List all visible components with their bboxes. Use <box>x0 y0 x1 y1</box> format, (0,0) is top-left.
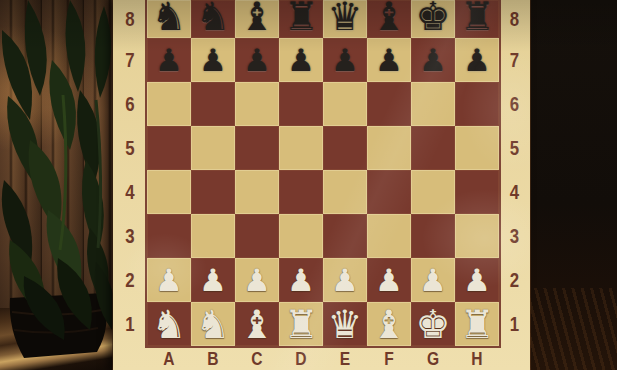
square-b8[interactable]: ♞ <box>191 0 235 38</box>
square-d6[interactable] <box>279 82 323 126</box>
white-pawn[interactable]: ♟ <box>243 265 271 296</box>
black-knight[interactable]: ♞ <box>196 0 231 36</box>
square-b5[interactable] <box>191 126 235 170</box>
square-h3[interactable] <box>455 214 499 258</box>
square-h4[interactable] <box>455 170 499 214</box>
square-e7[interactable]: ♟ <box>323 38 367 82</box>
white-rook[interactable]: ♜ <box>284 305 319 344</box>
rank-label-5: 5 <box>116 126 143 170</box>
square-e8[interactable]: ♛ <box>323 0 367 38</box>
square-h5[interactable] <box>455 126 499 170</box>
square-e1[interactable]: ♛ <box>323 302 367 346</box>
black-bishop[interactable]: ♝ <box>240 0 275 36</box>
square-f4[interactable] <box>367 170 411 214</box>
demo-chess-board: 87654321 ♞♞♝♜♛♝♚♜♟♟♟♟♟♟♟♟♟♟♟♟♟♟♟♟♞♞♝♜♛♝♚… <box>113 0 530 370</box>
square-c7[interactable]: ♟ <box>235 38 279 82</box>
white-pawn[interactable]: ♟ <box>419 265 447 296</box>
square-e2[interactable]: ♟ <box>323 258 367 302</box>
rank-label-6: 6 <box>116 82 143 126</box>
white-pawn[interactable]: ♟ <box>375 265 403 296</box>
file-labels: ABCDEFGH <box>147 346 499 370</box>
square-a4[interactable] <box>147 170 191 214</box>
black-pawn[interactable]: ♟ <box>287 45 315 76</box>
white-rook[interactable]: ♜ <box>460 305 495 344</box>
square-d2[interactable]: ♟ <box>279 258 323 302</box>
white-pawn[interactable]: ♟ <box>463 265 491 296</box>
square-g7[interactable]: ♟ <box>411 38 455 82</box>
square-c6[interactable] <box>235 82 279 126</box>
square-f1[interactable]: ♝ <box>367 302 411 346</box>
rank-label-8: 8 <box>502 0 527 38</box>
square-f3[interactable] <box>367 214 411 258</box>
square-b4[interactable] <box>191 170 235 214</box>
white-queen[interactable]: ♛ <box>328 305 363 344</box>
square-g6[interactable] <box>411 82 455 126</box>
square-b6[interactable] <box>191 82 235 126</box>
square-c2[interactable]: ♟ <box>235 258 279 302</box>
square-f2[interactable]: ♟ <box>367 258 411 302</box>
square-b7[interactable]: ♟ <box>191 38 235 82</box>
square-c3[interactable] <box>235 214 279 258</box>
square-g5[interactable] <box>411 126 455 170</box>
square-e5[interactable] <box>323 126 367 170</box>
board-squares: ♞♞♝♜♛♝♚♜♟♟♟♟♟♟♟♟♟♟♟♟♟♟♟♟♞♞♝♜♛♝♚♜ <box>147 0 499 346</box>
file-label-c: C <box>239 346 275 370</box>
black-pawn[interactable]: ♟ <box>463 45 491 76</box>
square-a6[interactable] <box>147 82 191 126</box>
square-a8[interactable]: ♞ <box>147 0 191 38</box>
square-a3[interactable] <box>147 214 191 258</box>
black-pawn[interactable]: ♟ <box>243 45 271 76</box>
black-bishop[interactable]: ♝ <box>372 0 407 36</box>
black-pawn[interactable]: ♟ <box>199 45 227 76</box>
rank-label-2: 2 <box>116 258 143 302</box>
white-bishop[interactable]: ♝ <box>240 305 275 344</box>
file-label-d: D <box>283 346 319 370</box>
square-h8[interactable]: ♜ <box>455 0 499 38</box>
file-label-a: A <box>151 346 187 370</box>
square-c5[interactable] <box>235 126 279 170</box>
file-label-h: H <box>459 346 495 370</box>
square-f7[interactable]: ♟ <box>367 38 411 82</box>
square-f8[interactable]: ♝ <box>367 0 411 38</box>
black-pawn[interactable]: ♟ <box>331 45 359 76</box>
square-f5[interactable] <box>367 126 411 170</box>
square-d5[interactable] <box>279 126 323 170</box>
square-g1[interactable]: ♚ <box>411 302 455 346</box>
square-a5[interactable] <box>147 126 191 170</box>
black-rook[interactable]: ♜ <box>460 0 495 36</box>
file-label-e: E <box>327 346 363 370</box>
square-b3[interactable] <box>191 214 235 258</box>
white-bishop[interactable]: ♝ <box>372 305 407 344</box>
rank-label-5: 5 <box>502 126 527 170</box>
square-h6[interactable] <box>455 82 499 126</box>
square-f6[interactable] <box>367 82 411 126</box>
file-label-b: B <box>195 346 231 370</box>
square-d1[interactable]: ♜ <box>279 302 323 346</box>
rank-label-7: 7 <box>502 38 527 82</box>
white-knight[interactable]: ♞ <box>196 305 231 344</box>
white-king[interactable]: ♚ <box>416 305 451 344</box>
black-rook[interactable]: ♜ <box>284 0 319 36</box>
rank-label-1: 1 <box>116 302 143 346</box>
rank-label-3: 3 <box>116 214 143 258</box>
square-g2[interactable]: ♟ <box>411 258 455 302</box>
square-h1[interactable]: ♜ <box>455 302 499 346</box>
black-pawn[interactable]: ♟ <box>375 45 403 76</box>
black-pawn[interactable]: ♟ <box>419 45 447 76</box>
black-king[interactable]: ♚ <box>416 0 451 36</box>
square-h2[interactable]: ♟ <box>455 258 499 302</box>
square-e4[interactable] <box>323 170 367 214</box>
rank-labels-left: 87654321 <box>113 0 147 346</box>
square-d7[interactable]: ♟ <box>279 38 323 82</box>
square-d8[interactable]: ♜ <box>279 0 323 38</box>
rank-label-8: 8 <box>116 0 143 38</box>
file-label-f: F <box>371 346 407 370</box>
square-a2[interactable]: ♟ <box>147 258 191 302</box>
file-label-g: G <box>415 346 451 370</box>
square-a7[interactable]: ♟ <box>147 38 191 82</box>
white-pawn[interactable]: ♟ <box>331 265 359 296</box>
black-knight[interactable]: ♞ <box>152 0 187 36</box>
square-g3[interactable] <box>411 214 455 258</box>
white-pawn[interactable]: ♟ <box>199 265 227 296</box>
black-pawn[interactable]: ♟ <box>155 45 183 76</box>
white-pawn[interactable]: ♟ <box>155 265 183 296</box>
square-e6[interactable] <box>323 82 367 126</box>
rank-label-6: 6 <box>502 82 527 126</box>
square-c1[interactable]: ♝ <box>235 302 279 346</box>
photo-scene: 87654321 ♞♞♝♜♛♝♚♜♟♟♟♟♟♟♟♟♟♟♟♟♟♟♟♟♞♞♝♜♛♝♚… <box>0 0 617 370</box>
white-knight[interactable]: ♞ <box>152 305 187 344</box>
square-e3[interactable] <box>323 214 367 258</box>
rank-label-7: 7 <box>116 38 143 82</box>
rank-label-4: 4 <box>116 170 143 214</box>
rank-label-2: 2 <box>502 258 527 302</box>
square-c4[interactable] <box>235 170 279 214</box>
square-d4[interactable] <box>279 170 323 214</box>
square-b1[interactable]: ♞ <box>191 302 235 346</box>
rank-label-3: 3 <box>502 214 527 258</box>
square-h7[interactable]: ♟ <box>455 38 499 82</box>
black-queen[interactable]: ♛ <box>328 0 363 36</box>
square-c8[interactable]: ♝ <box>235 0 279 38</box>
rank-label-4: 4 <box>502 170 527 214</box>
square-d3[interactable] <box>279 214 323 258</box>
square-b2[interactable]: ♟ <box>191 258 235 302</box>
rank-label-1: 1 <box>502 302 527 346</box>
square-g8[interactable]: ♚ <box>411 0 455 38</box>
square-g4[interactable] <box>411 170 455 214</box>
rank-labels-right: 87654321 <box>499 0 530 346</box>
square-a1[interactable]: ♞ <box>147 302 191 346</box>
white-pawn[interactable]: ♟ <box>287 265 315 296</box>
